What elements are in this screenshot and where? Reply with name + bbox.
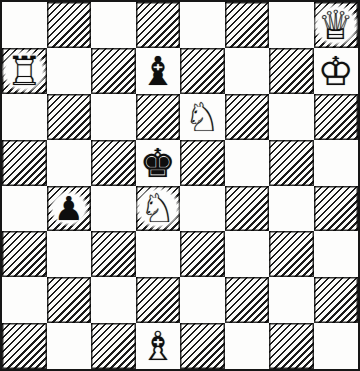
square-f2	[225, 277, 270, 323]
square-f7	[225, 48, 270, 94]
square-e5	[180, 140, 225, 186]
square-h3	[314, 231, 359, 277]
white-bishop: ♗	[140, 326, 176, 366]
square-d5: ♚	[136, 140, 181, 186]
square-g7	[269, 48, 314, 94]
square-g5	[269, 140, 314, 186]
white-knight: ♘	[136, 187, 180, 229]
square-a4	[2, 186, 47, 232]
square-e7	[180, 48, 225, 94]
black-bishop: ♝	[140, 51, 176, 91]
square-f5	[225, 140, 270, 186]
square-c5	[91, 140, 136, 186]
square-d2	[136, 277, 181, 323]
square-b3	[47, 231, 92, 277]
square-b2	[47, 277, 92, 323]
square-g4	[269, 186, 314, 232]
square-h7: ♔	[314, 48, 359, 94]
square-e1	[180, 323, 225, 369]
square-d6	[136, 94, 181, 140]
white-knight: ♘	[184, 97, 220, 137]
square-d3	[136, 231, 181, 277]
square-b7	[47, 48, 92, 94]
square-g2	[269, 277, 314, 323]
square-h1	[314, 323, 359, 369]
square-a5	[2, 140, 47, 186]
square-b5	[47, 140, 92, 186]
square-f8	[225, 2, 270, 48]
square-c6	[91, 94, 136, 140]
square-h8: ♕	[314, 2, 359, 48]
square-c1	[91, 323, 136, 369]
square-a2	[2, 277, 47, 323]
square-e6: ♘	[180, 94, 225, 140]
square-g8	[269, 2, 314, 48]
square-b8	[47, 2, 92, 48]
square-e4	[180, 186, 225, 232]
square-f1	[225, 323, 270, 369]
square-d7: ♝	[136, 48, 181, 94]
square-e8	[180, 2, 225, 48]
chess-board: ♕♖♝♔♘♚♟♘♗	[0, 0, 360, 371]
black-pawn: ♟	[50, 191, 88, 226]
square-b1	[47, 323, 92, 369]
square-e3	[180, 231, 225, 277]
chess-diagram-page: ♕♖♝♔♘♚♟♘♗	[0, 0, 360, 371]
black-king: ♚	[140, 143, 176, 183]
square-a7: ♖	[2, 48, 47, 94]
square-a1	[2, 323, 47, 369]
square-f6	[225, 94, 270, 140]
square-e2	[180, 277, 225, 323]
square-g1	[269, 323, 314, 369]
square-b4: ♟	[47, 186, 92, 232]
square-h4	[314, 186, 359, 232]
square-f4	[225, 186, 270, 232]
square-a6	[2, 94, 47, 140]
square-h2	[314, 277, 359, 323]
square-h5	[314, 140, 359, 186]
square-c7	[91, 48, 136, 94]
square-h6	[314, 94, 359, 140]
square-a8	[2, 2, 47, 48]
square-f3	[225, 231, 270, 277]
square-d8	[136, 2, 181, 48]
white-rook: ♖	[2, 50, 46, 92]
square-c8	[91, 2, 136, 48]
square-d1: ♗	[136, 323, 181, 369]
square-g3	[269, 231, 314, 277]
square-c2	[91, 277, 136, 323]
square-c3	[91, 231, 136, 277]
white-king: ♔	[318, 51, 354, 91]
square-b6	[47, 94, 92, 140]
square-g6	[269, 94, 314, 140]
square-c4	[91, 186, 136, 232]
white-queen: ♕	[314, 4, 358, 46]
square-a3	[2, 231, 47, 277]
square-d4: ♘	[136, 186, 181, 232]
